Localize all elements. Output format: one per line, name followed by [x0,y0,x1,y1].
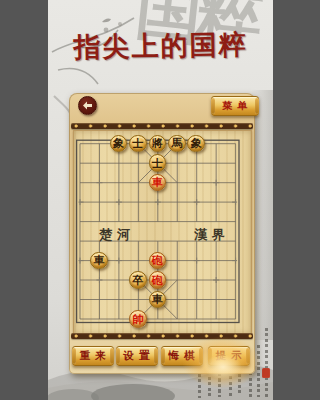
back-arrow-icon [82,101,93,110]
hint-button[interactable]: 提示 [208,346,250,366]
restart-button-label: 重来 [75,349,111,363]
piece-black-advisor[interactable]: 士 [129,135,147,153]
menu-button[interactable]: 菜单 [211,96,259,116]
settings-button[interactable]: 设置 [116,346,158,366]
calligraphy-column [257,345,260,397]
restart-button[interactable]: 重来 [72,346,114,366]
river-label-chuhe: 楚河 [94,226,135,244]
xiangqi-board[interactable]: 楚河 漢界 象士將馬象士車車砲卒砲車帥 [73,130,252,335]
decorative-stud-strip [71,123,253,129]
app-title: 指尖上的国粹 [48,26,273,66]
decorative-stud-strip [71,333,253,339]
calligraphy-column [265,328,268,398]
river-label-hanjie: 漢界 [189,226,230,244]
screen: 国粹 指尖上的国粹 菜单 [48,0,273,400]
calligraphy-column [229,371,232,397]
piece-red-cannon[interactable]: 砲 [149,271,167,289]
back-button[interactable] [78,96,97,115]
calligraphy-column [208,377,211,397]
game-panel: 菜单 [69,93,255,374]
calligraphy-column [238,374,241,396]
piece-black-advisor[interactable]: 士 [149,154,167,172]
piece-red-general[interactable]: 帥 [129,310,147,328]
menu-button-label: 菜单 [217,99,252,113]
calligraphy-column [218,373,221,397]
piece-black-soldier[interactable]: 卒 [129,271,147,289]
piece-black-chariot[interactable]: 車 [90,252,108,270]
calligraphy-column [198,374,201,398]
calligraphy-column [249,372,252,398]
hint-button-label: 提示 [211,349,247,363]
piece-black-horse[interactable]: 馬 [168,135,186,153]
settings-button-label: 设置 [119,349,155,363]
undo-move-button[interactable]: 悔棋 [161,346,203,366]
red-seal-stamp [262,368,270,378]
undo-move-button-label: 悔棋 [164,349,200,363]
